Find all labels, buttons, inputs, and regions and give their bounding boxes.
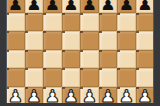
square-a3[interactable] [6, 68, 25, 87]
square-f4[interactable] [99, 50, 118, 69]
square-e3[interactable] [80, 68, 99, 87]
square-g7[interactable]: ♟ [117, 0, 136, 13]
board-frame-right [153, 0, 160, 106]
black-pawn[interactable]: ♟ [63, 0, 78, 13]
square-g5[interactable] [117, 31, 136, 50]
square-a4[interactable] [6, 50, 25, 69]
square-h6[interactable] [136, 13, 155, 32]
board-frame-bottom [0, 103, 160, 106]
square-a6[interactable] [6, 13, 25, 32]
square-b7[interactable]: ♟ [25, 0, 44, 13]
square-d5[interactable] [62, 31, 81, 50]
square-d4[interactable] [62, 50, 81, 69]
square-c7[interactable]: ♟ [43, 0, 62, 13]
square-c5[interactable] [43, 31, 62, 50]
square-a5[interactable] [6, 31, 25, 50]
square-d7[interactable]: ♟ [62, 0, 81, 13]
square-g3[interactable] [117, 68, 136, 87]
black-pawn[interactable]: ♟ [137, 0, 152, 13]
square-e7[interactable]: ♟ [80, 0, 99, 13]
square-a7[interactable]: ♟ [6, 0, 25, 13]
chess-board-viewport: ♟♟♟♟♟♟♟♟♟♟♟♟♟♟♟♟ [0, 0, 160, 106]
square-h5[interactable] [136, 31, 155, 50]
black-pawn[interactable]: ♟ [100, 0, 115, 13]
black-pawn[interactable]: ♟ [45, 0, 60, 13]
square-f3[interactable] [99, 68, 118, 87]
square-b3[interactable] [25, 68, 44, 87]
black-pawn[interactable]: ♟ [82, 0, 97, 13]
square-b6[interactable] [25, 13, 44, 32]
board-frame-left [0, 0, 7, 106]
square-e4[interactable] [80, 50, 99, 69]
square-f7[interactable]: ♟ [99, 0, 118, 13]
square-d3[interactable] [62, 68, 81, 87]
square-c6[interactable] [43, 13, 62, 32]
black-pawn[interactable]: ♟ [26, 0, 41, 13]
square-h7[interactable]: ♟ [136, 0, 155, 13]
square-h3[interactable] [136, 68, 155, 87]
square-c3[interactable] [43, 68, 62, 87]
square-e5[interactable] [80, 31, 99, 50]
square-f6[interactable] [99, 13, 118, 32]
square-g4[interactable] [117, 50, 136, 69]
chess-board: ♟♟♟♟♟♟♟♟♟♟♟♟♟♟♟♟ [6, 0, 154, 105]
black-pawn[interactable]: ♟ [8, 0, 23, 13]
square-c4[interactable] [43, 50, 62, 69]
square-e6[interactable] [80, 13, 99, 32]
square-d6[interactable] [62, 13, 81, 32]
square-b5[interactable] [25, 31, 44, 50]
square-g6[interactable] [117, 13, 136, 32]
square-h4[interactable] [136, 50, 155, 69]
square-b4[interactable] [25, 50, 44, 69]
black-pawn[interactable]: ♟ [119, 0, 134, 13]
square-f5[interactable] [99, 31, 118, 50]
